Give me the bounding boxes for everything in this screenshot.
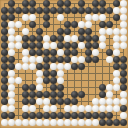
- black-stone: [99, 7, 106, 14]
- black-stone: [22, 98, 29, 105]
- white-stone: [78, 105, 85, 112]
- black-stone: [50, 77, 57, 84]
- white-stone: [92, 105, 99, 112]
- white-stone: [50, 119, 57, 126]
- black-stone: [99, 112, 106, 119]
- black-stone: [120, 105, 127, 112]
- black-stone: [29, 98, 36, 105]
- black-stone: [71, 42, 78, 49]
- white-stone: [29, 105, 36, 112]
- black-stone: [1, 77, 8, 84]
- white-stone: [85, 105, 92, 112]
- white-stone: [8, 35, 15, 42]
- white-stone: [92, 49, 99, 56]
- white-stone: [64, 105, 71, 112]
- white-stone: [71, 35, 78, 42]
- black-stone: [64, 0, 71, 7]
- white-stone: [36, 56, 43, 63]
- white-stone: [29, 119, 36, 126]
- white-stone: [113, 84, 120, 91]
- black-stone: [120, 84, 127, 91]
- white-stone: [120, 28, 127, 35]
- black-stone: [92, 7, 99, 14]
- black-stone: [1, 14, 8, 21]
- black-stone: [85, 56, 92, 63]
- white-stone: [99, 28, 106, 35]
- black-stone: [64, 56, 71, 63]
- white-stone: [113, 7, 120, 14]
- black-stone: [57, 35, 64, 42]
- black-stone: [50, 56, 57, 63]
- black-stone: [43, 77, 50, 84]
- black-stone: [1, 28, 8, 35]
- black-stone: [92, 35, 99, 42]
- black-stone: [1, 7, 8, 14]
- black-stone: [64, 7, 71, 14]
- white-stone: [64, 35, 71, 42]
- white-stone: [71, 119, 78, 126]
- black-stone: [120, 70, 127, 77]
- black-stone: [43, 21, 50, 28]
- black-stone: [1, 35, 8, 42]
- white-stone: [15, 35, 22, 42]
- black-stone: [22, 7, 29, 14]
- black-stone: [78, 63, 85, 70]
- black-stone: [43, 70, 50, 77]
- white-stone: [36, 84, 43, 91]
- white-stone: [43, 42, 50, 49]
- white-stone: [15, 21, 22, 28]
- white-stone: [113, 70, 120, 77]
- white-stone: [106, 84, 113, 91]
- white-stone: [8, 49, 15, 56]
- white-stone: [57, 49, 64, 56]
- black-stone: [113, 14, 120, 21]
- black-stone: [57, 98, 64, 105]
- black-stone: [71, 98, 78, 105]
- black-stone: [57, 0, 64, 7]
- black-stone: [50, 98, 57, 105]
- white-stone: [22, 28, 29, 35]
- white-stone: [106, 105, 113, 112]
- black-stone: [29, 112, 36, 119]
- black-stone: [1, 21, 8, 28]
- black-stone: [64, 21, 71, 28]
- black-stone: [120, 119, 127, 126]
- white-stone: [120, 0, 127, 7]
- white-stone: [113, 98, 120, 105]
- black-stone: [36, 35, 43, 42]
- white-stone: [106, 56, 113, 63]
- black-stone: [8, 0, 15, 7]
- black-stone: [43, 14, 50, 21]
- black-stone: [50, 84, 57, 91]
- black-stone: [71, 91, 78, 98]
- black-stone: [22, 0, 29, 7]
- black-stone: [36, 112, 43, 119]
- black-stone: [71, 63, 78, 70]
- black-stone: [50, 35, 57, 42]
- white-stone: [22, 14, 29, 21]
- black-stone: [64, 98, 71, 105]
- white-stone: [22, 56, 29, 63]
- black-stone: [71, 7, 78, 14]
- white-stone: [92, 14, 99, 21]
- white-stone: [8, 98, 15, 105]
- black-stone: [1, 91, 8, 98]
- black-stone: [1, 56, 8, 63]
- white-stone: [92, 119, 99, 126]
- white-stone: [99, 105, 106, 112]
- white-stone: [92, 98, 99, 105]
- black-stone: [29, 0, 36, 7]
- black-stone: [1, 70, 8, 77]
- black-stone: [50, 91, 57, 98]
- white-stone: [120, 42, 127, 49]
- white-stone: [8, 91, 15, 98]
- white-stone: [8, 28, 15, 35]
- black-stone: [36, 42, 43, 49]
- white-stone: [50, 42, 57, 49]
- black-stone: [29, 49, 36, 56]
- black-stone: [22, 112, 29, 119]
- black-stone: [64, 49, 71, 56]
- white-stone: [22, 105, 29, 112]
- black-stone: [1, 84, 8, 91]
- black-stone: [78, 35, 85, 42]
- white-stone: [64, 63, 71, 70]
- black-stone: [78, 0, 85, 7]
- black-stone: [106, 119, 113, 126]
- white-stone: [85, 14, 92, 21]
- black-stone: [8, 56, 15, 63]
- black-stone: [43, 91, 50, 98]
- black-stone: [120, 63, 127, 70]
- black-stone: [50, 112, 57, 119]
- black-stone: [78, 112, 85, 119]
- white-stone: [113, 28, 120, 35]
- black-stone: [120, 56, 127, 63]
- black-stone: [36, 63, 43, 70]
- black-stone: [8, 112, 15, 119]
- black-stone: [57, 28, 64, 35]
- go-board[interactable]: [0, 0, 128, 128]
- white-stone: [120, 98, 127, 105]
- white-stone: [113, 35, 120, 42]
- white-stone: [78, 42, 85, 49]
- black-stone: [29, 91, 36, 98]
- black-stone: [106, 7, 113, 14]
- black-stone: [92, 42, 99, 49]
- black-stone: [36, 49, 43, 56]
- white-stone: [106, 28, 113, 35]
- white-stone: [106, 98, 113, 105]
- white-stone: [120, 112, 127, 119]
- white-stone: [99, 14, 106, 21]
- white-stone: [99, 98, 106, 105]
- black-stone: [43, 56, 50, 63]
- black-stone: [71, 49, 78, 56]
- black-stone: [78, 91, 85, 98]
- black-stone: [29, 42, 36, 49]
- white-stone: [15, 119, 22, 126]
- black-stone: [36, 7, 43, 14]
- black-stone: [99, 91, 106, 98]
- white-stone: [36, 98, 43, 105]
- white-stone: [22, 63, 29, 70]
- white-stone: [57, 70, 64, 77]
- black-stone: [43, 63, 50, 70]
- white-stone: [71, 56, 78, 63]
- black-stone: [1, 63, 8, 70]
- black-stone: [1, 42, 8, 49]
- black-stone: [29, 84, 36, 91]
- white-stone: [29, 63, 36, 70]
- white-stone: [120, 7, 127, 14]
- black-stone: [85, 7, 92, 14]
- black-stone: [113, 63, 120, 70]
- white-stone: [99, 35, 106, 42]
- black-stone: [57, 91, 64, 98]
- white-stone: [43, 98, 50, 105]
- white-stone: [15, 42, 22, 49]
- black-stone: [64, 112, 71, 119]
- black-stone: [8, 63, 15, 70]
- black-stone: [71, 112, 78, 119]
- white-stone: [64, 119, 71, 126]
- black-stone: [99, 84, 106, 91]
- white-stone: [85, 21, 92, 28]
- black-stone: [50, 49, 57, 56]
- black-stone: [71, 21, 78, 28]
- black-stone: [64, 28, 71, 35]
- black-stone: [1, 49, 8, 56]
- black-stone: [99, 21, 106, 28]
- black-stone: [85, 49, 92, 56]
- black-stone: [99, 0, 106, 7]
- black-stone: [120, 77, 127, 84]
- white-stone: [15, 77, 22, 84]
- black-stone: [43, 0, 50, 7]
- black-stone: [99, 119, 106, 126]
- black-stone: [50, 70, 57, 77]
- white-stone: [120, 35, 127, 42]
- black-stone: [57, 84, 64, 91]
- black-stone: [29, 7, 36, 14]
- white-stone: [1, 105, 8, 112]
- white-stone: [71, 105, 78, 112]
- black-stone: [92, 56, 99, 63]
- white-stone: [36, 77, 43, 84]
- black-stone: [36, 28, 43, 35]
- white-stone: [78, 119, 85, 126]
- white-stone: [120, 14, 127, 21]
- white-stone: [36, 70, 43, 77]
- black-stone: [8, 7, 15, 14]
- white-stone: [57, 63, 64, 70]
- white-stone: [1, 119, 8, 126]
- white-stone: [8, 105, 15, 112]
- white-stone: [120, 91, 127, 98]
- black-stone: [29, 21, 36, 28]
- white-stone: [22, 119, 29, 126]
- white-stone: [8, 84, 15, 91]
- white-stone: [22, 49, 29, 56]
- black-stone: [92, 0, 99, 7]
- white-stone: [8, 42, 15, 49]
- black-stone: [57, 56, 64, 63]
- black-stone: [106, 112, 113, 119]
- white-stone: [57, 119, 64, 126]
- black-stone: [106, 21, 113, 28]
- black-stone: [85, 42, 92, 49]
- black-stone: [1, 98, 8, 105]
- white-stone: [57, 14, 64, 21]
- black-stone: [92, 112, 99, 119]
- white-stone: [8, 21, 15, 28]
- white-stone: [8, 77, 15, 84]
- black-stone: [85, 35, 92, 42]
- black-stone: [106, 49, 113, 56]
- white-stone: [106, 91, 113, 98]
- black-stone: [57, 42, 64, 49]
- black-stone: [22, 84, 29, 91]
- black-stone: [43, 49, 50, 56]
- white-stone: [50, 105, 57, 112]
- black-stone: [1, 112, 8, 119]
- black-stone: [22, 35, 29, 42]
- black-stone: [57, 7, 64, 14]
- white-stone: [113, 77, 120, 84]
- black-stone: [36, 91, 43, 98]
- black-stone: [78, 7, 85, 14]
- black-stone: [85, 28, 92, 35]
- white-stone: [8, 119, 15, 126]
- black-stone: [85, 112, 92, 119]
- white-stone: [29, 56, 36, 63]
- white-stone: [43, 35, 50, 42]
- black-stone: [22, 42, 29, 49]
- white-stone: [85, 119, 92, 126]
- white-stone: [29, 14, 36, 21]
- black-stone: [22, 91, 29, 98]
- black-stone: [57, 112, 64, 119]
- black-stone: [8, 14, 15, 21]
- black-stone: [29, 35, 36, 42]
- white-stone: [15, 63, 22, 70]
- black-stone: [43, 112, 50, 119]
- black-stone: [78, 28, 85, 35]
- black-stone: [15, 7, 22, 14]
- black-stone: [64, 42, 71, 49]
- white-stone: [120, 21, 127, 28]
- white-stone: [57, 77, 64, 84]
- white-stone: [43, 105, 50, 112]
- black-stone: [113, 0, 120, 7]
- black-stone: [113, 119, 120, 126]
- white-stone: [36, 119, 43, 126]
- white-stone: [113, 105, 120, 112]
- black-stone: [43, 7, 50, 14]
- white-stone: [78, 56, 85, 63]
- white-stone: [50, 63, 57, 70]
- white-stone: [113, 49, 120, 56]
- white-stone: [78, 21, 85, 28]
- white-stone: [43, 119, 50, 126]
- white-stone: [8, 70, 15, 77]
- white-stone: [113, 42, 120, 49]
- black-stone: [50, 7, 57, 14]
- black-stone: [113, 56, 120, 63]
- white-stone: [99, 42, 106, 49]
